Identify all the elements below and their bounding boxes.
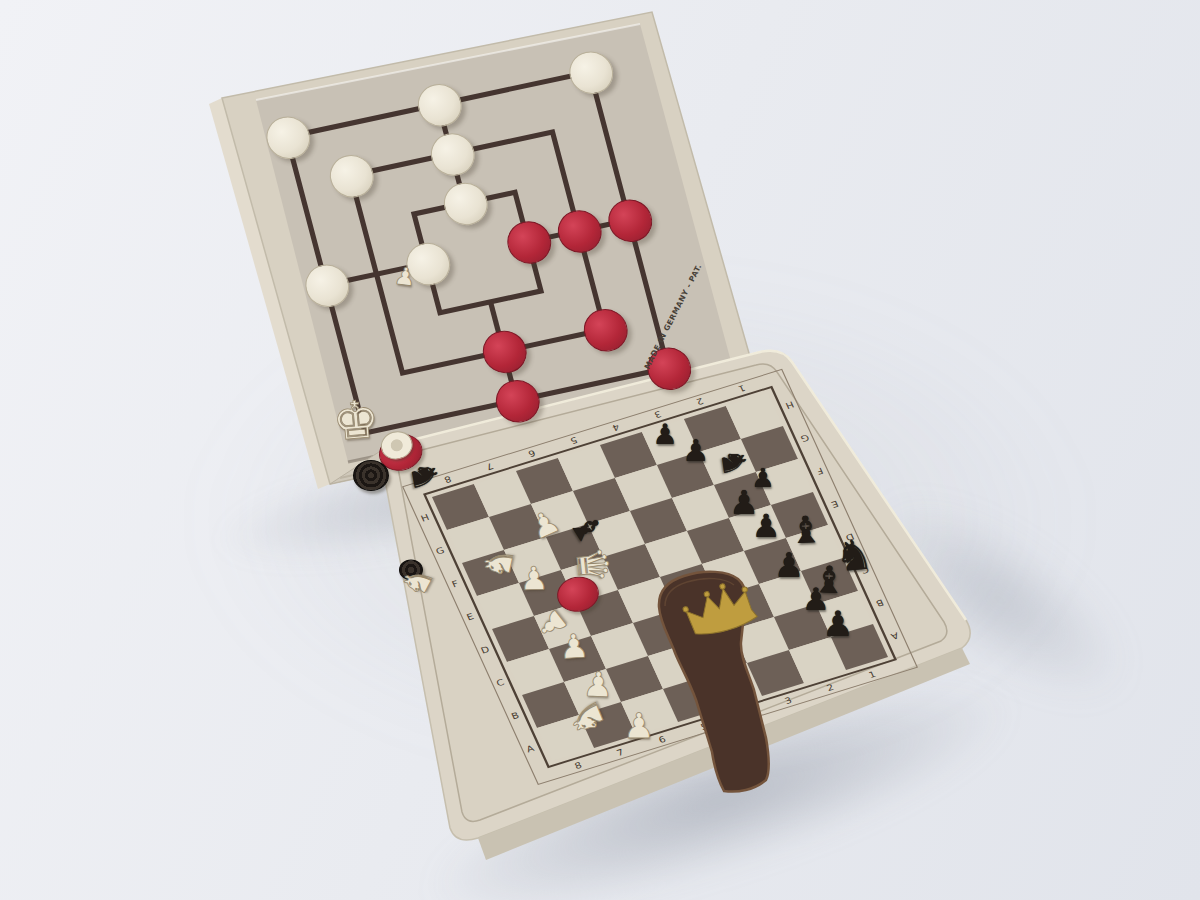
white-knight-lying[interactable]: ♞ bbox=[562, 694, 613, 742]
white-knight-lying[interactable]: ♞ bbox=[478, 544, 520, 583]
white-pawn-tilted[interactable]: ♟ bbox=[525, 504, 564, 545]
black-pawn-standing[interactable]: ♟ bbox=[774, 548, 804, 582]
black-bishop-standing[interactable]: ♝ bbox=[788, 511, 823, 550]
black-knight-lying[interactable]: ♞ bbox=[716, 446, 752, 479]
pieces-layer: ♚♞♟♟♞♝♟♛♟♟♟♞♟♞♟♟♞♟♟♟♝♟♞♝♟♟ bbox=[0, 0, 1200, 900]
white-pawn-standing[interactable]: ♟ bbox=[558, 629, 590, 664]
black-pawn-standing[interactable]: ♟ bbox=[652, 421, 677, 449]
black-pawn-standing[interactable]: ♟ bbox=[752, 510, 781, 542]
photo-stage: 8877665544332211HHGGFFEEDDCCBBAA MADE IN… bbox=[0, 0, 1200, 900]
black-bishop-lying[interactable]: ♝ bbox=[565, 506, 610, 550]
black-disc-lying[interactable] bbox=[353, 460, 389, 491]
black-knight-lying[interactable]: ♞ bbox=[406, 458, 445, 494]
white-pawn-standing[interactable]: ♟ bbox=[393, 263, 418, 290]
white-knight-lying[interactable]: ♞ bbox=[395, 560, 439, 603]
white-pawn-standing[interactable]: ♟ bbox=[623, 709, 654, 744]
black-pawn-standing[interactable]: ♟ bbox=[683, 436, 710, 466]
white-pawn-standing[interactable]: ♟ bbox=[519, 562, 549, 595]
black-pawn-standing[interactable]: ♟ bbox=[822, 607, 853, 642]
